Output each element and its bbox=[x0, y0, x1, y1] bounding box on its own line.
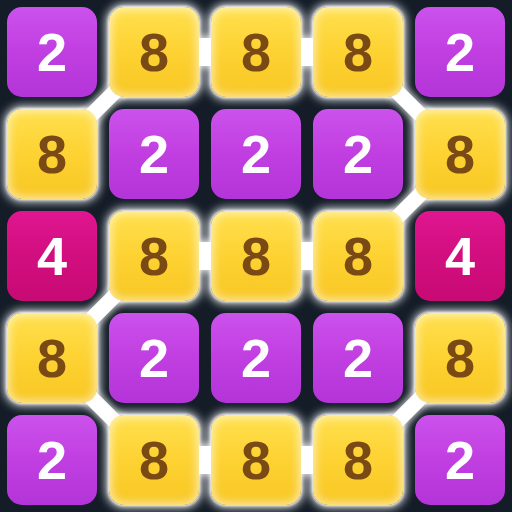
tile-r2c0[interactable]: 4 bbox=[7, 211, 97, 301]
tile-grid: 2888282228488848222828882 bbox=[7, 7, 505, 505]
tile-r1c3[interactable]: 2 bbox=[313, 109, 403, 199]
tile-r2c2[interactable]: 8 bbox=[211, 211, 301, 301]
tile-r3c1[interactable]: 2 bbox=[109, 313, 199, 403]
tile-r4c0[interactable]: 2 bbox=[7, 415, 97, 505]
tile-r1c0[interactable]: 8 bbox=[7, 109, 97, 199]
tile-r0c4[interactable]: 2 bbox=[415, 7, 505, 97]
tile-r4c2[interactable]: 8 bbox=[211, 415, 301, 505]
tile-r4c1[interactable]: 8 bbox=[109, 415, 199, 505]
tile-r1c2[interactable]: 2 bbox=[211, 109, 301, 199]
tile-r0c0[interactable]: 2 bbox=[7, 7, 97, 97]
tile-r2c1[interactable]: 8 bbox=[109, 211, 199, 301]
tile-r0c3[interactable]: 8 bbox=[313, 7, 403, 97]
tile-r3c0[interactable]: 8 bbox=[7, 313, 97, 403]
tile-r2c4[interactable]: 4 bbox=[415, 211, 505, 301]
tile-r0c2[interactable]: 8 bbox=[211, 7, 301, 97]
tile-r3c3[interactable]: 2 bbox=[313, 313, 403, 403]
game-board: 2888282228488848222828882 bbox=[0, 0, 512, 512]
tile-r2c3[interactable]: 8 bbox=[313, 211, 403, 301]
tile-r1c1[interactable]: 2 bbox=[109, 109, 199, 199]
tile-r3c2[interactable]: 2 bbox=[211, 313, 301, 403]
tile-r3c4[interactable]: 8 bbox=[415, 313, 505, 403]
tile-r0c1[interactable]: 8 bbox=[109, 7, 199, 97]
tile-r4c4[interactable]: 2 bbox=[415, 415, 505, 505]
tile-r4c3[interactable]: 8 bbox=[313, 415, 403, 505]
tile-r1c4[interactable]: 8 bbox=[415, 109, 505, 199]
